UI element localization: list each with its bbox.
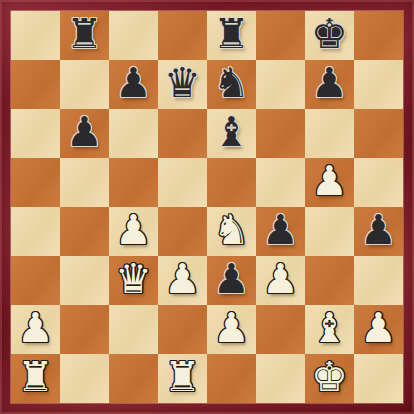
black-queen-piece: ♛	[164, 60, 201, 108]
square-g5[interactable]: ♟	[305, 158, 354, 207]
black-pawn-piece: ♟	[213, 256, 250, 304]
square-f1[interactable]	[256, 354, 305, 403]
square-a7[interactable]	[11, 60, 60, 109]
square-h6[interactable]	[354, 109, 403, 158]
square-g1[interactable]: ♚	[305, 354, 354, 403]
square-c3[interactable]: ♛	[109, 256, 158, 305]
square-b2[interactable]	[60, 305, 109, 354]
square-c2[interactable]	[109, 305, 158, 354]
black-rook-piece: ♜	[213, 11, 250, 59]
square-d5[interactable]	[158, 158, 207, 207]
white-pawn-piece: ♟	[213, 305, 250, 353]
white-rook-piece: ♜	[17, 354, 54, 402]
square-d4[interactable]	[158, 207, 207, 256]
square-c8[interactable]	[109, 11, 158, 60]
white-pawn-piece: ♟	[164, 256, 201, 304]
square-a4[interactable]	[11, 207, 60, 256]
square-c5[interactable]	[109, 158, 158, 207]
white-pawn-piece: ♟	[17, 305, 54, 353]
square-b7[interactable]	[60, 60, 109, 109]
square-c6[interactable]	[109, 109, 158, 158]
black-pawn-piece: ♟	[262, 207, 299, 255]
black-knight-piece: ♞	[213, 60, 250, 108]
square-g4[interactable]	[305, 207, 354, 256]
square-g3[interactable]	[305, 256, 354, 305]
square-g7[interactable]: ♟	[305, 60, 354, 109]
white-pawn-piece: ♟	[311, 158, 348, 206]
square-e3[interactable]: ♟	[207, 256, 256, 305]
square-f6[interactable]	[256, 109, 305, 158]
black-king-piece: ♚	[311, 11, 348, 59]
board-frame: ♜♜♚♟♛♞♟♟♝♟♟♞♟♟♛♟♟♟♟♟♝♟♜♜♚	[0, 0, 414, 414]
square-h1[interactable]	[354, 354, 403, 403]
square-f5[interactable]	[256, 158, 305, 207]
chess-board: ♜♜♚♟♛♞♟♟♝♟♟♞♟♟♛♟♟♟♟♟♝♟♜♜♚	[11, 11, 403, 403]
square-e5[interactable]	[207, 158, 256, 207]
square-f8[interactable]	[256, 11, 305, 60]
square-c7[interactable]: ♟	[109, 60, 158, 109]
square-c1[interactable]	[109, 354, 158, 403]
square-h4[interactable]: ♟	[354, 207, 403, 256]
square-a2[interactable]: ♟	[11, 305, 60, 354]
square-d2[interactable]	[158, 305, 207, 354]
square-b6[interactable]: ♟	[60, 109, 109, 158]
square-a1[interactable]: ♜	[11, 354, 60, 403]
black-pawn-piece: ♟	[311, 60, 348, 108]
square-d1[interactable]: ♜	[158, 354, 207, 403]
white-pawn-piece: ♟	[115, 207, 152, 255]
square-b8[interactable]: ♜	[60, 11, 109, 60]
square-e2[interactable]: ♟	[207, 305, 256, 354]
black-bishop-piece: ♝	[213, 109, 250, 157]
white-king-piece: ♚	[311, 354, 348, 402]
square-d6[interactable]	[158, 109, 207, 158]
black-pawn-piece: ♟	[360, 207, 397, 255]
square-h3[interactable]	[354, 256, 403, 305]
square-c4[interactable]: ♟	[109, 207, 158, 256]
black-pawn-piece: ♟	[66, 109, 103, 157]
square-f3[interactable]: ♟	[256, 256, 305, 305]
square-a3[interactable]	[11, 256, 60, 305]
white-rook-piece: ♜	[164, 354, 201, 402]
square-e1[interactable]	[207, 354, 256, 403]
square-f2[interactable]	[256, 305, 305, 354]
square-e7[interactable]: ♞	[207, 60, 256, 109]
square-g2[interactable]: ♝	[305, 305, 354, 354]
white-queen-piece: ♛	[115, 256, 152, 304]
square-b5[interactable]	[60, 158, 109, 207]
white-pawn-piece: ♟	[360, 305, 397, 353]
square-d7[interactable]: ♛	[158, 60, 207, 109]
square-h8[interactable]	[354, 11, 403, 60]
square-f4[interactable]: ♟	[256, 207, 305, 256]
square-b1[interactable]	[60, 354, 109, 403]
square-b4[interactable]	[60, 207, 109, 256]
square-d3[interactable]: ♟	[158, 256, 207, 305]
square-a5[interactable]	[11, 158, 60, 207]
square-h7[interactable]	[354, 60, 403, 109]
square-g6[interactable]	[305, 109, 354, 158]
white-knight-piece: ♞	[213, 207, 250, 255]
square-a6[interactable]	[11, 109, 60, 158]
square-h2[interactable]: ♟	[354, 305, 403, 354]
square-h5[interactable]	[354, 158, 403, 207]
square-f7[interactable]	[256, 60, 305, 109]
square-e4[interactable]: ♞	[207, 207, 256, 256]
square-g8[interactable]: ♚	[305, 11, 354, 60]
black-rook-piece: ♜	[66, 11, 103, 59]
square-e8[interactable]: ♜	[207, 11, 256, 60]
white-bishop-piece: ♝	[311, 305, 348, 353]
square-e6[interactable]: ♝	[207, 109, 256, 158]
square-d8[interactable]	[158, 11, 207, 60]
white-pawn-piece: ♟	[262, 256, 299, 304]
square-b3[interactable]	[60, 256, 109, 305]
square-a8[interactable]	[11, 11, 60, 60]
black-pawn-piece: ♟	[115, 60, 152, 108]
